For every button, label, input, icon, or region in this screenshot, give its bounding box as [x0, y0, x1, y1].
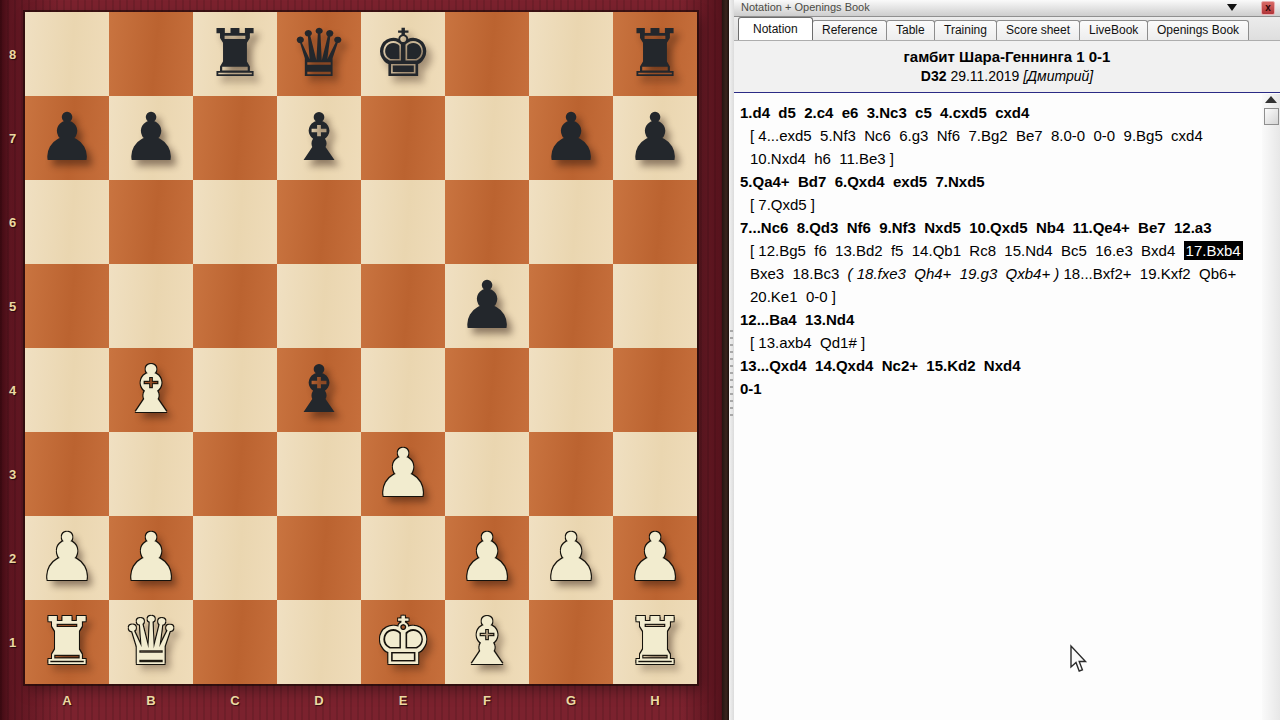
square-d6[interactable]: [277, 180, 361, 264]
square-a7[interactable]: ♟: [25, 96, 109, 180]
move-text[interactable]: 0-1: [740, 380, 762, 397]
tab-score-sheet[interactable]: Score sheet: [996, 20, 1080, 40]
rank-label-8: 8: [0, 12, 25, 96]
tab-notation[interactable]: Notation: [738, 17, 813, 40]
square-f8[interactable]: [445, 12, 529, 96]
move-text[interactable]: 5.Qa4+ Bd7 6.Qxd4 exd5 7.Nxd5: [740, 173, 985, 190]
move-text[interactable]: 13...Qxd4 14.Qxd4 Nc2+ 15.Kd2 Nxd4: [740, 357, 1021, 374]
square-h1[interactable]: ♜: [613, 600, 697, 684]
rank-label-7: 7: [0, 96, 25, 180]
square-d4[interactable]: ♝: [277, 348, 361, 432]
square-f6[interactable]: [445, 180, 529, 264]
splitter-grip-icon: [730, 330, 733, 420]
black-pawn: ♟: [457, 264, 516, 348]
tab-bar: NotationReferenceTableTrainingScore shee…: [734, 17, 1280, 40]
square-f3[interactable]: [445, 432, 529, 516]
black-king: ♚: [373, 12, 432, 96]
notation-line: [ 7.Qxd5 ]: [740, 193, 1252, 216]
file-label-a: A: [25, 684, 109, 716]
square-b6[interactable]: [109, 180, 193, 264]
square-b7[interactable]: ♟: [109, 96, 193, 180]
notation-line: [ 13.axb4 Qd1# ]: [740, 331, 1252, 354]
move-text[interactable]: [ 7.Qxd5 ]: [750, 196, 815, 213]
tab-livebook[interactable]: LiveBook: [1079, 20, 1148, 40]
rank-label-2: 2: [0, 516, 25, 600]
white-bishop: ♝: [121, 348, 180, 432]
tab-table[interactable]: Table: [886, 20, 935, 40]
square-c8[interactable]: ♜: [193, 12, 277, 96]
square-d5[interactable]: [277, 264, 361, 348]
square-b2[interactable]: ♟: [109, 516, 193, 600]
square-e5[interactable]: [361, 264, 445, 348]
square-g7[interactable]: ♟: [529, 96, 613, 180]
notation-line: 20.Ke1 0-0 ]: [740, 285, 1252, 308]
white-rook: ♜: [37, 600, 96, 684]
file-label-f: F: [445, 684, 529, 716]
file-label-h: H: [613, 684, 697, 716]
square-f4[interactable]: [445, 348, 529, 432]
square-h4[interactable]: [613, 348, 697, 432]
square-a2[interactable]: ♟: [25, 516, 109, 600]
black-rook: ♜: [205, 12, 264, 96]
app-window: 87654321 ♜♛♚♜♟♟♝♟♟♟♝♝♟♟♟♟♟♟♜♛♚♝♜ ABCDEFG…: [0, 0, 1280, 720]
square-b5[interactable]: [109, 264, 193, 348]
square-d1[interactable]: [277, 600, 361, 684]
game-meta: D32 29.11.2019 [Дмитрий]: [734, 68, 1280, 84]
notation-line: 12...Ba4 13.Nd4: [740, 308, 1252, 331]
rank-label-3: 3: [0, 432, 25, 516]
square-g3[interactable]: [529, 432, 613, 516]
white-pawn: ♟: [457, 516, 516, 600]
square-a4[interactable]: [25, 348, 109, 432]
square-d3[interactable]: [277, 432, 361, 516]
square-h2[interactable]: ♟: [613, 516, 697, 600]
white-pawn: ♟: [373, 432, 432, 516]
square-e2[interactable]: [361, 516, 445, 600]
notation-moves: 1.d4 d5 2.c4 e6 3.Nc3 c5 4.cxd5 cxd4[ 4.…: [734, 94, 1256, 720]
white-pawn: ♟: [625, 516, 684, 600]
dropdown-arrow-icon[interactable]: [1227, 4, 1237, 11]
annotator: [Дмитрий]: [1023, 68, 1093, 84]
black-pawn: ♟: [37, 96, 96, 180]
rank-label-1: 1: [0, 600, 25, 684]
white-pawn: ♟: [121, 516, 180, 600]
move-text[interactable]: 10.Nxd4 h6 11.Be3 ]: [750, 150, 894, 167]
square-c5[interactable]: [193, 264, 277, 348]
square-f1[interactable]: ♝: [445, 600, 529, 684]
file-labels: ABCDEFGH: [25, 684, 697, 716]
notation-line: 1.d4 d5 2.c4 e6 3.Nc3 c5 4.cxd5 cxd4: [740, 101, 1252, 124]
square-e4[interactable]: [361, 348, 445, 432]
rank-label-5: 5: [0, 264, 25, 348]
square-a5[interactable]: [25, 264, 109, 348]
white-bishop: ♝: [457, 600, 516, 684]
move-text[interactable]: ( 18.fxe3 Qh4+ 19.g3 Qxb4+ ): [848, 265, 1060, 282]
move-text[interactable]: 7...Nc6 8.Qd3 Nf6 9.Nf3 Nxd5 10.Qxd5 Nb4…: [740, 219, 1211, 236]
square-e8[interactable]: ♚: [361, 12, 445, 96]
notation-line: 0-1: [740, 377, 1252, 400]
window-divider: [722, 0, 729, 720]
scroll-up-icon[interactable]: [1265, 96, 1277, 103]
rank-label-6: 6: [0, 180, 25, 264]
square-c2[interactable]: [193, 516, 277, 600]
square-b4[interactable]: ♝: [109, 348, 193, 432]
square-h3[interactable]: [613, 432, 697, 516]
square-e6[interactable]: [361, 180, 445, 264]
square-c7[interactable]: [193, 96, 277, 180]
move-text[interactable]: Bxe3 18.Bc3: [750, 265, 848, 282]
notation-line: 7...Nc6 8.Qd3 Nf6 9.Nf3 Nxd5 10.Qxd5 Nb4…: [740, 216, 1252, 239]
black-bishop: ♝: [289, 348, 348, 432]
square-g1[interactable]: [529, 600, 613, 684]
eco-code: D32: [921, 68, 947, 84]
scrollbar[interactable]: [1262, 94, 1280, 720]
square-g4[interactable]: [529, 348, 613, 432]
white-king: ♚: [373, 600, 432, 684]
notation-line: 10.Nxd4 h6 11.Be3 ]: [740, 147, 1252, 170]
window-title: Notation + Openings Book: [741, 1, 870, 13]
scroll-thumb[interactable]: [1264, 108, 1279, 125]
square-a1[interactable]: ♜: [25, 600, 109, 684]
square-e7[interactable]: [361, 96, 445, 180]
black-pawn: ♟: [625, 96, 684, 180]
title-bar[interactable]: Notation + Openings Book x: [734, 0, 1280, 17]
white-pawn: ♟: [541, 516, 600, 600]
rank-label-4: 4: [0, 348, 25, 432]
move-text[interactable]: 12...Ba4 13.Nd4: [740, 311, 854, 328]
black-rook: ♜: [625, 12, 684, 96]
file-label-e: E: [361, 684, 445, 716]
black-pawn: ♟: [121, 96, 180, 180]
square-b3[interactable]: [109, 432, 193, 516]
square-h5[interactable]: [613, 264, 697, 348]
board-window: 87654321 ♜♛♚♜♟♟♝♟♟♟♝♝♟♟♟♟♟♟♜♛♚♝♜ ABCDEFG…: [0, 0, 722, 720]
mouse-cursor-icon: [1068, 644, 1090, 674]
square-d2[interactable]: [277, 516, 361, 600]
black-pawn: ♟: [541, 96, 600, 180]
chess-board[interactable]: ♜♛♚♜♟♟♝♟♟♟♝♝♟♟♟♟♟♟♜♛♚♝♜: [25, 12, 697, 684]
square-a6[interactable]: [25, 180, 109, 264]
move-text[interactable]: [ 13.axb4 Qd1# ]: [750, 334, 865, 351]
game-header: гамбит Шара-Геннинга 1 0-1 D32 29.11.201…: [734, 40, 1280, 93]
square-c6[interactable]: [193, 180, 277, 264]
square-c3[interactable]: [193, 432, 277, 516]
square-f2[interactable]: ♟: [445, 516, 529, 600]
square-d8[interactable]: ♛: [277, 12, 361, 96]
notation-line: 13...Qxd4 14.Qxd4 Nc2+ 15.Kd2 Nxd4: [740, 354, 1252, 377]
square-c1[interactable]: [193, 600, 277, 684]
tab-training[interactable]: Training: [934, 20, 997, 40]
file-label-d: D: [277, 684, 361, 716]
square-h8[interactable]: ♜: [613, 12, 697, 96]
file-label-c: C: [193, 684, 277, 716]
square-g6[interactable]: [529, 180, 613, 264]
move-text[interactable]: 20.Ke1 0-0 ]: [750, 288, 836, 305]
square-a8[interactable]: [25, 12, 109, 96]
notation-line: [ 12.Bg5 f6 13.Bd2 f5 14.Qb1 Rc8 15.Nd4 …: [740, 239, 1252, 262]
move-text[interactable]: [ 12.Bg5 f6 13.Bd2 f5 14.Qb1 Rc8 15.Nd4 …: [750, 242, 1184, 259]
white-pawn: ♟: [37, 516, 96, 600]
square-e1[interactable]: ♚: [361, 600, 445, 684]
square-g8[interactable]: [529, 12, 613, 96]
square-h7[interactable]: ♟: [613, 96, 697, 180]
square-b1[interactable]: ♛: [109, 600, 193, 684]
white-rook: ♜: [625, 600, 684, 684]
square-a3[interactable]: [25, 432, 109, 516]
current-move[interactable]: 17.Bxb4: [1184, 241, 1243, 260]
square-b8[interactable]: [109, 12, 193, 96]
move-text[interactable]: 18...Bxf2+ 19.Kxf2 Qb6+: [1059, 265, 1236, 282]
square-g5[interactable]: [529, 264, 613, 348]
file-label-g: G: [529, 684, 613, 716]
square-e3[interactable]: ♟: [361, 432, 445, 516]
move-text[interactable]: [ 4...exd5 5.Nf3 Nc6 6.g3 Nf6 7.Bg2 Be7 …: [750, 127, 1203, 144]
rank-labels: 87654321: [0, 12, 25, 684]
tab-openings-book[interactable]: Openings Book: [1147, 20, 1249, 40]
black-queen: ♛: [289, 12, 348, 96]
white-queen: ♛: [121, 600, 180, 684]
tab-reference[interactable]: Reference: [812, 20, 887, 40]
square-g2[interactable]: ♟: [529, 516, 613, 600]
square-d7[interactable]: ♝: [277, 96, 361, 180]
square-c4[interactable]: [193, 348, 277, 432]
notation-line: Bxe3 18.Bc3 ( 18.fxe3 Qh4+ 19.g3 Qxb4+ )…: [740, 262, 1252, 285]
square-f7[interactable]: [445, 96, 529, 180]
square-h6[interactable]: [613, 180, 697, 264]
notation-line: 5.Qa4+ Bd7 6.Qxd4 exd5 7.Nxd5: [740, 170, 1252, 193]
file-label-b: B: [109, 684, 193, 716]
notation-line: [ 4...exd5 5.Nf3 Nc6 6.g3 Nf6 7.Bg2 Be7 …: [740, 124, 1252, 147]
square-f5[interactable]: ♟: [445, 264, 529, 348]
game-title: гамбит Шара-Геннинга 1 0-1: [734, 48, 1280, 65]
black-bishop: ♝: [289, 96, 348, 180]
game-date: 29.11.2019: [950, 68, 1019, 84]
notation-window: Notation + Openings Book x NotationRefer…: [734, 0, 1280, 720]
move-text[interactable]: 1.d4 d5 2.c4 e6 3.Nc3 c5 4.cxd5 cxd4: [740, 104, 1029, 121]
close-button[interactable]: x: [1261, 1, 1275, 15]
